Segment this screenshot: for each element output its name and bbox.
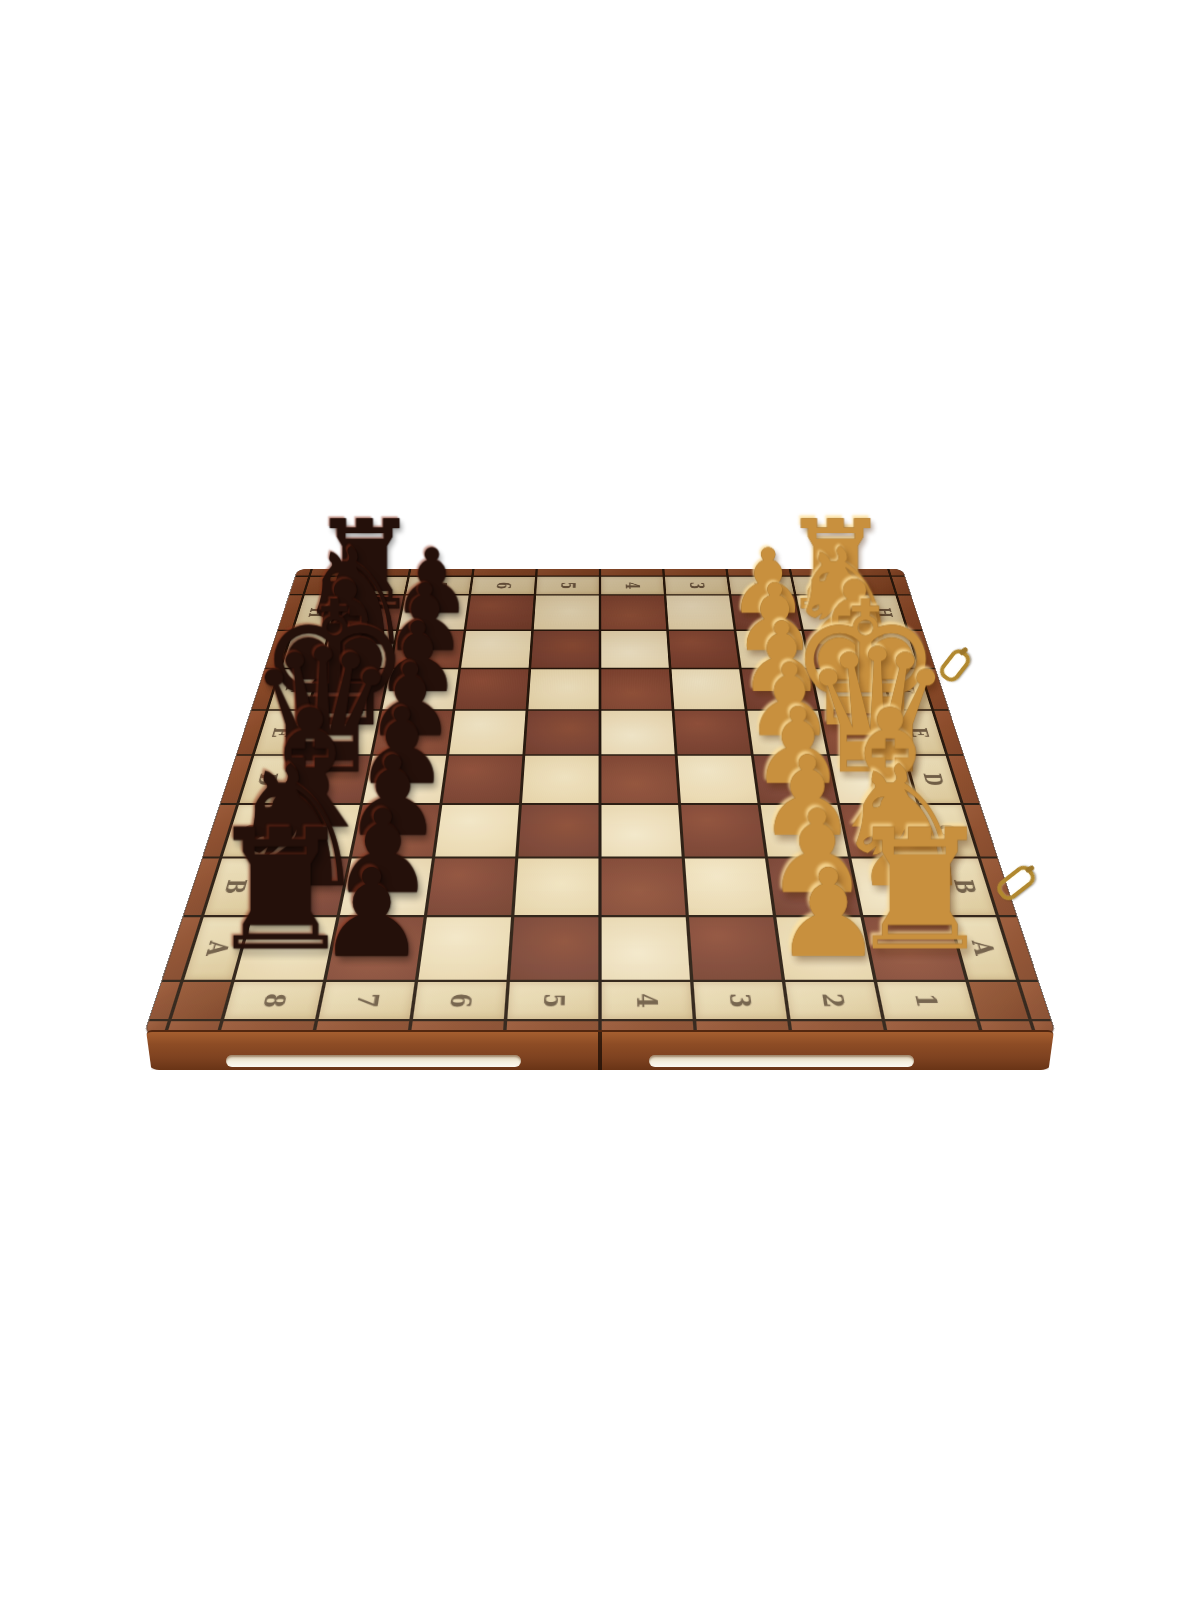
square-c8: ♝ [269, 805, 360, 857]
board-rim [252, 669, 279, 709]
rank-label-4: 4 [602, 982, 693, 1018]
rank-label-text: 2 [749, 582, 773, 589]
file-label-text: B [947, 879, 982, 894]
rank-label-text: 7 [349, 993, 385, 1007]
carry-notch-left [226, 1055, 521, 1067]
file-label-text: D [917, 773, 949, 786]
rank-label-5: 5 [507, 982, 598, 1018]
square-e2: ♟ [748, 711, 827, 754]
square-c6 [435, 805, 519, 857]
product-photo: 87654321H♜♟♟♜HG♞♟♟♞GF♝♟♟♝FE♚♟♟♚ED♛♟♟♛DC♝… [0, 0, 1200, 1600]
rank-label-8: 8 [341, 577, 407, 594]
square-a5 [510, 917, 598, 979]
square-f6 [455, 669, 528, 709]
square-e8: ♚ [297, 711, 379, 754]
file-label-text: F [280, 685, 308, 694]
board-rim [410, 569, 472, 575]
square-f2: ♟ [742, 669, 818, 709]
file-label-text: F [892, 685, 920, 694]
label-corner [969, 982, 1028, 1018]
square-c4 [601, 805, 681, 857]
square-b8: ♞ [253, 859, 349, 916]
rank-label-text: 6 [491, 582, 515, 589]
file-label-text: E [266, 727, 296, 737]
square-h7: ♟ [399, 595, 469, 629]
square-c2: ♟ [761, 805, 848, 857]
square-a4 [602, 917, 690, 979]
square-b3 [685, 859, 773, 916]
file-label-text: D [251, 773, 283, 786]
square-d4 [601, 756, 678, 803]
board-grid: 87654321H♜♟♟♜HG♞♟♟♞GF♝♟♟♝FE♚♟♟♚ED♛♟♟♛DC♝… [144, 569, 1056, 1036]
file-label-text: E [904, 727, 934, 737]
file-label-text: C [932, 824, 965, 837]
square-h4 [601, 595, 666, 629]
square-b2: ♟ [768, 859, 860, 916]
square-b7: ♟ [340, 859, 432, 916]
rank-label-3: 3 [694, 982, 787, 1018]
square-e5 [525, 711, 598, 754]
square-c3 [681, 805, 765, 857]
file-label-text: C [236, 824, 269, 837]
rank-label-text: 3 [685, 582, 709, 589]
square-c7: ♟ [352, 805, 439, 857]
square-d6 [443, 756, 523, 803]
square-g7: ♟ [391, 631, 464, 668]
square-e4 [601, 711, 674, 754]
label-corner [856, 577, 895, 594]
square-g5 [531, 631, 599, 668]
rank-label-1: 1 [793, 577, 859, 594]
rank-label-4: 4 [601, 577, 664, 594]
rank-label-text: 1 [813, 582, 838, 589]
rank-label-8: 8 [224, 982, 322, 1018]
rank-label-6: 6 [413, 982, 506, 1018]
square-d7: ♟ [363, 756, 446, 803]
rank-label-6: 6 [471, 577, 535, 594]
square-f4 [601, 669, 671, 709]
square-g1: ♞ [804, 631, 879, 668]
square-b4 [602, 859, 686, 916]
file-label-text: A [199, 940, 235, 955]
square-e7: ♟ [373, 711, 452, 754]
brass-clasp-upper [936, 646, 973, 686]
rank-label-2: 2 [785, 982, 881, 1018]
board-rim [537, 569, 598, 575]
square-f3 [672, 669, 745, 709]
square-a3 [689, 917, 782, 979]
rank-label-text: 1 [907, 993, 944, 1007]
square-a2: ♟ [776, 917, 873, 979]
board-rim [791, 569, 854, 575]
square-c5 [518, 805, 598, 857]
board-rim [601, 569, 662, 575]
file-label-text: B [218, 879, 253, 894]
square-b5 [514, 859, 598, 916]
square-c1: ♝ [840, 805, 931, 857]
chess-board: 87654321H♜♟♟♜HG♞♟♟♞GF♝♟♟♝FE♚♟♟♚ED♛♟♟♛DC♝… [144, 569, 1056, 1036]
board-rim [237, 711, 266, 754]
square-e6 [449, 711, 525, 754]
square-d1: ♛ [830, 756, 916, 803]
rank-label-1: 1 [877, 982, 975, 1018]
square-a8: ♜ [235, 917, 336, 979]
fold-seam [598, 1032, 602, 1070]
square-d8: ♛ [284, 756, 370, 803]
rank-label-text: 3 [722, 993, 757, 1007]
carry-notch-right [649, 1055, 914, 1067]
square-d5 [522, 756, 599, 803]
white-pawn: ♟ [751, 694, 846, 800]
rank-label-7: 7 [319, 982, 415, 1018]
square-g3 [669, 631, 739, 668]
board-rim [664, 569, 726, 575]
board-rim [296, 569, 311, 575]
square-d2: ♟ [754, 756, 837, 803]
file-label-text: G [292, 644, 320, 654]
board-rim [892, 577, 910, 594]
rank-label-text: 7 [427, 582, 451, 589]
square-h1: ♜ [797, 595, 869, 629]
square-b1: ♞ [851, 859, 947, 916]
square-g6 [461, 631, 531, 668]
rank-label-text: 5 [536, 993, 570, 1007]
square-f8: ♝ [309, 669, 388, 709]
board-rim [346, 569, 409, 575]
file-label-text: H [303, 607, 330, 617]
rank-label-text: 5 [556, 582, 579, 589]
label-corner [172, 982, 231, 1018]
rank-label-text: 2 [815, 993, 851, 1007]
rank-label-2: 2 [729, 577, 794, 594]
square-d3 [678, 756, 758, 803]
rank-label-5: 5 [536, 577, 599, 594]
rank-label-text: 4 [621, 582, 644, 589]
file-label-text: A [965, 940, 1001, 955]
rank-label-3: 3 [665, 577, 729, 594]
square-g4 [601, 631, 669, 668]
board-rim [889, 569, 904, 575]
square-a6 [418, 917, 511, 979]
rank-label-7: 7 [406, 577, 471, 594]
square-b6 [427, 859, 515, 916]
board-rim [934, 711, 963, 754]
board-rim [728, 569, 790, 575]
black-pawn: ♟ [355, 694, 450, 800]
square-h6 [466, 595, 533, 629]
square-e1: ♚ [821, 711, 903, 754]
square-f7: ♟ [382, 669, 458, 709]
square-f1: ♝ [812, 669, 891, 709]
square-h8: ♜ [331, 595, 403, 629]
file-label-text: H [870, 607, 897, 617]
square-g2: ♟ [736, 631, 809, 668]
rank-label-text: 8 [256, 993, 293, 1007]
board-rim [311, 569, 346, 575]
square-e3 [674, 711, 750, 754]
board-rim [474, 569, 536, 575]
square-h3 [666, 595, 733, 629]
file-label-text: G [881, 644, 909, 654]
square-f5 [528, 669, 598, 709]
label-corner [305, 577, 344, 594]
square-a1: ♜ [864, 917, 965, 979]
square-a7: ♟ [327, 917, 424, 979]
board-rim [854, 569, 889, 575]
square-h2: ♟ [731, 595, 801, 629]
square-g8: ♞ [321, 631, 396, 668]
board-front-face [146, 1030, 1054, 1070]
square-h5 [534, 595, 599, 629]
rank-label-text: 6 [443, 993, 478, 1007]
rank-label-text: 4 [630, 993, 664, 1007]
rank-label-text: 8 [362, 582, 387, 589]
